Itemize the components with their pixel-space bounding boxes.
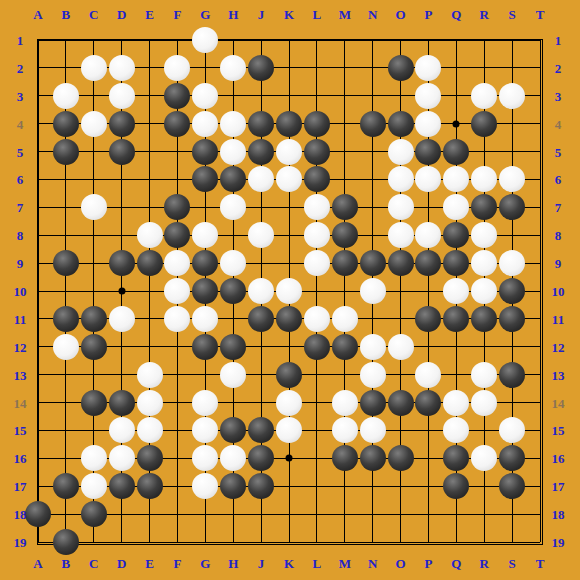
intersection[interactable] (24, 416, 52, 444)
intersection[interactable] (442, 361, 470, 389)
intersection[interactable] (359, 138, 387, 166)
column-label-bottom: T (536, 557, 545, 570)
intersection[interactable] (359, 26, 387, 54)
intersection[interactable] (163, 528, 191, 556)
intersection[interactable] (359, 193, 387, 221)
intersection[interactable] (498, 528, 526, 556)
intersection[interactable] (359, 528, 387, 556)
intersection[interactable] (219, 305, 247, 333)
intersection[interactable] (163, 472, 191, 500)
black-stone (388, 111, 414, 137)
white-stone (332, 417, 358, 443)
intersection[interactable] (219, 500, 247, 528)
row-label-right: 15 (552, 424, 565, 437)
intersection[interactable] (80, 82, 108, 110)
white-stone (360, 362, 386, 388)
intersection[interactable] (526, 305, 554, 333)
column-label-bottom: K (284, 557, 294, 570)
intersection[interactable] (303, 26, 331, 54)
white-stone (276, 417, 302, 443)
intersection[interactable] (359, 165, 387, 193)
intersection[interactable] (359, 305, 387, 333)
intersection[interactable] (442, 500, 470, 528)
white-stone (81, 473, 107, 499)
black-stone (415, 250, 441, 276)
intersection[interactable] (108, 221, 136, 249)
intersection[interactable] (24, 110, 52, 138)
intersection[interactable] (359, 82, 387, 110)
black-stone (415, 390, 441, 416)
intersection[interactable] (414, 500, 442, 528)
white-stone (415, 83, 441, 109)
intersection[interactable] (442, 54, 470, 82)
intersection[interactable] (275, 528, 303, 556)
intersection[interactable] (414, 333, 442, 361)
intersection[interactable] (80, 221, 108, 249)
intersection[interactable] (52, 221, 80, 249)
intersection[interactable] (442, 82, 470, 110)
intersection[interactable] (247, 361, 275, 389)
intersection[interactable] (526, 361, 554, 389)
black-stone (248, 417, 274, 443)
white-stone (499, 250, 525, 276)
column-label-bottom: B (62, 557, 71, 570)
intersection[interactable] (136, 500, 164, 528)
intersection[interactable] (331, 110, 359, 138)
intersection[interactable] (247, 82, 275, 110)
intersection[interactable] (219, 82, 247, 110)
intersection[interactable] (52, 361, 80, 389)
intersection[interactable] (387, 528, 415, 556)
intersection[interactable] (24, 26, 52, 54)
column-label-top: H (228, 8, 238, 21)
intersection[interactable] (191, 193, 219, 221)
intersection[interactable] (80, 165, 108, 193)
white-stone (53, 83, 79, 109)
intersection[interactable] (247, 193, 275, 221)
intersection[interactable] (526, 500, 554, 528)
black-stone (220, 417, 246, 443)
intersection[interactable] (52, 54, 80, 82)
intersection[interactable] (52, 165, 80, 193)
intersection[interactable] (80, 138, 108, 166)
black-stone (109, 250, 135, 276)
white-stone (248, 222, 274, 248)
row-label-right: 13 (552, 368, 565, 381)
black-stone (499, 445, 525, 471)
intersection[interactable] (24, 82, 52, 110)
column-label-top: E (145, 8, 154, 21)
intersection[interactable] (275, 26, 303, 54)
black-stone (415, 139, 441, 165)
black-stone (109, 139, 135, 165)
intersection[interactable] (470, 416, 498, 444)
intersection[interactable] (275, 221, 303, 249)
intersection[interactable] (108, 500, 136, 528)
black-stone (53, 473, 79, 499)
intersection[interactable] (24, 221, 52, 249)
intersection[interactable] (331, 26, 359, 54)
intersection[interactable] (163, 361, 191, 389)
intersection[interactable] (247, 528, 275, 556)
intersection[interactable] (108, 333, 136, 361)
intersection[interactable] (275, 472, 303, 500)
intersection[interactable] (163, 500, 191, 528)
intersection[interactable] (359, 221, 387, 249)
intersection[interactable] (24, 472, 52, 500)
white-stone (81, 445, 107, 471)
black-stone (81, 306, 107, 332)
intersection[interactable] (52, 26, 80, 54)
white-stone (471, 390, 497, 416)
white-stone (443, 166, 469, 192)
intersection[interactable] (136, 277, 164, 305)
intersection[interactable] (275, 333, 303, 361)
black-stone (220, 166, 246, 192)
intersection[interactable] (136, 54, 164, 82)
white-stone (192, 390, 218, 416)
intersection[interactable] (24, 277, 52, 305)
white-stone (109, 55, 135, 81)
intersection[interactable] (414, 416, 442, 444)
intersection[interactable] (387, 472, 415, 500)
intersection[interactable] (387, 361, 415, 389)
column-label-top: O (395, 8, 405, 21)
column-label-top: A (33, 8, 42, 21)
intersection[interactable] (163, 165, 191, 193)
intersection[interactable] (442, 333, 470, 361)
column-label-bottom: Q (451, 557, 461, 570)
row-label-left: 5 (17, 145, 24, 158)
intersection[interactable] (108, 361, 136, 389)
intersection[interactable] (498, 138, 526, 166)
intersection[interactable] (526, 416, 554, 444)
white-stone (220, 55, 246, 81)
intersection[interactable] (80, 26, 108, 54)
intersection[interactable] (303, 54, 331, 82)
intersection[interactable] (136, 165, 164, 193)
intersection[interactable] (80, 277, 108, 305)
intersection[interactable] (359, 500, 387, 528)
intersection[interactable] (275, 193, 303, 221)
intersection[interactable] (247, 389, 275, 417)
intersection[interactable] (470, 528, 498, 556)
intersection[interactable] (247, 500, 275, 528)
white-stone (304, 250, 330, 276)
intersection[interactable] (470, 333, 498, 361)
intersection[interactable] (526, 444, 554, 472)
intersection[interactable] (526, 249, 554, 277)
black-stone (499, 306, 525, 332)
intersection[interactable] (108, 193, 136, 221)
intersection[interactable] (331, 82, 359, 110)
row-label-left: 13 (14, 368, 27, 381)
row-label-right: 4 (555, 117, 562, 130)
intersection[interactable] (331, 500, 359, 528)
intersection[interactable] (136, 138, 164, 166)
intersection[interactable] (52, 416, 80, 444)
intersection[interactable] (331, 138, 359, 166)
intersection[interactable] (526, 528, 554, 556)
intersection[interactable] (331, 361, 359, 389)
intersection[interactable] (136, 110, 164, 138)
black-stone (276, 111, 302, 137)
intersection[interactable] (163, 26, 191, 54)
black-stone (471, 194, 497, 220)
white-stone (248, 278, 274, 304)
black-stone (443, 473, 469, 499)
intersection[interactable] (526, 389, 554, 417)
intersection[interactable] (24, 54, 52, 82)
intersection[interactable] (52, 500, 80, 528)
intersection[interactable] (80, 361, 108, 389)
column-label-top: C (89, 8, 98, 21)
white-stone (137, 362, 163, 388)
intersection[interactable] (414, 26, 442, 54)
intersection[interactable] (52, 389, 80, 417)
intersection[interactable] (470, 54, 498, 82)
column-label-bottom: P (424, 557, 432, 570)
intersection[interactable] (414, 444, 442, 472)
black-stone (220, 473, 246, 499)
intersection[interactable] (303, 472, 331, 500)
intersection[interactable] (191, 361, 219, 389)
column-label-bottom: L (313, 557, 322, 570)
intersection[interactable] (163, 138, 191, 166)
white-stone (276, 390, 302, 416)
intersection[interactable] (498, 221, 526, 249)
black-stone (53, 250, 79, 276)
black-stone (53, 111, 79, 137)
intersection[interactable] (498, 500, 526, 528)
intersection[interactable] (136, 26, 164, 54)
black-stone (192, 250, 218, 276)
black-stone (137, 445, 163, 471)
intersection[interactable] (163, 333, 191, 361)
row-label-right: 8 (555, 229, 562, 242)
intersection[interactable] (526, 26, 554, 54)
row-label-right: 17 (552, 480, 565, 493)
intersection[interactable] (498, 26, 526, 54)
white-stone (192, 27, 218, 53)
intersection[interactable] (442, 528, 470, 556)
column-label-bottom: M (339, 557, 351, 570)
intersection[interactable] (52, 193, 80, 221)
white-stone (192, 306, 218, 332)
intersection[interactable] (24, 389, 52, 417)
intersection[interactable] (80, 528, 108, 556)
intersection[interactable] (24, 528, 52, 556)
intersection[interactable] (387, 26, 415, 54)
intersection[interactable] (24, 249, 52, 277)
intersection[interactable] (414, 193, 442, 221)
intersection[interactable] (526, 277, 554, 305)
intersection[interactable] (24, 165, 52, 193)
black-stone (332, 194, 358, 220)
intersection[interactable] (331, 472, 359, 500)
white-stone (81, 194, 107, 220)
intersection[interactable] (470, 472, 498, 500)
intersection[interactable] (219, 389, 247, 417)
intersection[interactable] (526, 110, 554, 138)
intersection[interactable] (470, 26, 498, 54)
intersection[interactable] (219, 221, 247, 249)
intersection[interactable] (275, 82, 303, 110)
column-label-bottom: D (117, 557, 126, 570)
black-stone (248, 306, 274, 332)
intersection[interactable] (359, 472, 387, 500)
intersection[interactable] (24, 444, 52, 472)
intersection[interactable] (108, 165, 136, 193)
intersection[interactable] (303, 82, 331, 110)
black-stone (276, 362, 302, 388)
row-label-left: 8 (17, 229, 24, 242)
white-stone (248, 166, 274, 192)
intersection[interactable] (387, 416, 415, 444)
intersection[interactable] (275, 249, 303, 277)
black-stone (164, 83, 190, 109)
intersection[interactable] (108, 26, 136, 54)
intersection[interactable] (303, 389, 331, 417)
white-stone (471, 362, 497, 388)
row-label-right: 12 (552, 340, 565, 353)
intersection[interactable] (219, 528, 247, 556)
star-point (286, 455, 293, 462)
black-stone (388, 390, 414, 416)
column-label-bottom: A (33, 557, 42, 570)
black-stone (332, 445, 358, 471)
intersection[interactable] (470, 138, 498, 166)
white-stone (109, 417, 135, 443)
intersection[interactable] (498, 333, 526, 361)
intersection[interactable] (136, 528, 164, 556)
intersection[interactable] (163, 389, 191, 417)
black-stone (471, 306, 497, 332)
column-label-bottom: N (368, 557, 377, 570)
intersection[interactable] (303, 444, 331, 472)
intersection[interactable] (331, 528, 359, 556)
intersection[interactable] (414, 528, 442, 556)
intersection[interactable] (24, 333, 52, 361)
row-label-left: 12 (14, 340, 27, 353)
intersection[interactable] (80, 249, 108, 277)
white-stone (499, 417, 525, 443)
white-stone (192, 417, 218, 443)
intersection[interactable] (387, 277, 415, 305)
column-label-bottom: O (395, 557, 405, 570)
intersection[interactable] (526, 82, 554, 110)
intersection[interactable] (247, 333, 275, 361)
intersection[interactable] (526, 193, 554, 221)
column-label-bottom: G (200, 557, 210, 570)
intersection[interactable] (191, 54, 219, 82)
intersection[interactable] (163, 416, 191, 444)
intersection[interactable] (526, 54, 554, 82)
intersection[interactable] (498, 389, 526, 417)
intersection[interactable] (331, 165, 359, 193)
intersection[interactable] (498, 54, 526, 82)
intersection[interactable] (136, 193, 164, 221)
intersection[interactable] (414, 277, 442, 305)
intersection[interactable] (247, 249, 275, 277)
intersection[interactable] (136, 305, 164, 333)
intersection[interactable] (163, 444, 191, 472)
intersection[interactable] (219, 26, 247, 54)
intersection[interactable] (275, 54, 303, 82)
intersection[interactable] (526, 138, 554, 166)
intersection[interactable] (303, 500, 331, 528)
intersection[interactable] (80, 416, 108, 444)
intersection[interactable] (414, 472, 442, 500)
white-stone (415, 111, 441, 137)
intersection[interactable] (526, 333, 554, 361)
column-label-top: M (339, 8, 351, 21)
intersection[interactable] (526, 165, 554, 193)
intersection[interactable] (387, 500, 415, 528)
intersection[interactable] (24, 305, 52, 333)
white-stone (443, 390, 469, 416)
intersection[interactable] (136, 82, 164, 110)
black-stone (360, 111, 386, 137)
intersection[interactable] (24, 193, 52, 221)
white-stone (471, 222, 497, 248)
intersection[interactable] (52, 277, 80, 305)
column-label-top: F (173, 8, 181, 21)
intersection[interactable] (247, 26, 275, 54)
intersection[interactable] (52, 444, 80, 472)
row-label-left: 9 (17, 257, 24, 270)
intersection[interactable] (387, 305, 415, 333)
intersection[interactable] (108, 528, 136, 556)
black-stone (304, 166, 330, 192)
intersection[interactable] (136, 333, 164, 361)
black-stone (499, 194, 525, 220)
white-stone (415, 222, 441, 248)
intersection[interactable] (359, 54, 387, 82)
black-stone (248, 445, 274, 471)
row-label-right: 14 (552, 396, 565, 409)
intersection[interactable] (275, 500, 303, 528)
intersection[interactable] (191, 500, 219, 528)
intersection[interactable] (303, 416, 331, 444)
white-stone (109, 445, 135, 471)
white-stone (220, 250, 246, 276)
intersection[interactable] (442, 26, 470, 54)
intersection[interactable] (331, 54, 359, 82)
intersection[interactable] (331, 277, 359, 305)
white-stone (415, 166, 441, 192)
white-stone (220, 111, 246, 137)
intersection[interactable] (498, 110, 526, 138)
column-label-bottom: C (89, 557, 98, 570)
intersection[interactable] (24, 138, 52, 166)
row-label-right: 5 (555, 145, 562, 158)
intersection[interactable] (24, 361, 52, 389)
intersection[interactable] (303, 528, 331, 556)
intersection[interactable] (303, 277, 331, 305)
black-stone (388, 55, 414, 81)
row-label-right: 10 (552, 285, 565, 298)
intersection[interactable] (526, 221, 554, 249)
row-label-right: 19 (552, 536, 565, 549)
intersection[interactable] (470, 500, 498, 528)
intersection[interactable] (303, 361, 331, 389)
intersection[interactable] (387, 82, 415, 110)
intersection[interactable] (526, 472, 554, 500)
white-stone (276, 166, 302, 192)
intersection[interactable] (191, 528, 219, 556)
white-stone (388, 222, 414, 248)
